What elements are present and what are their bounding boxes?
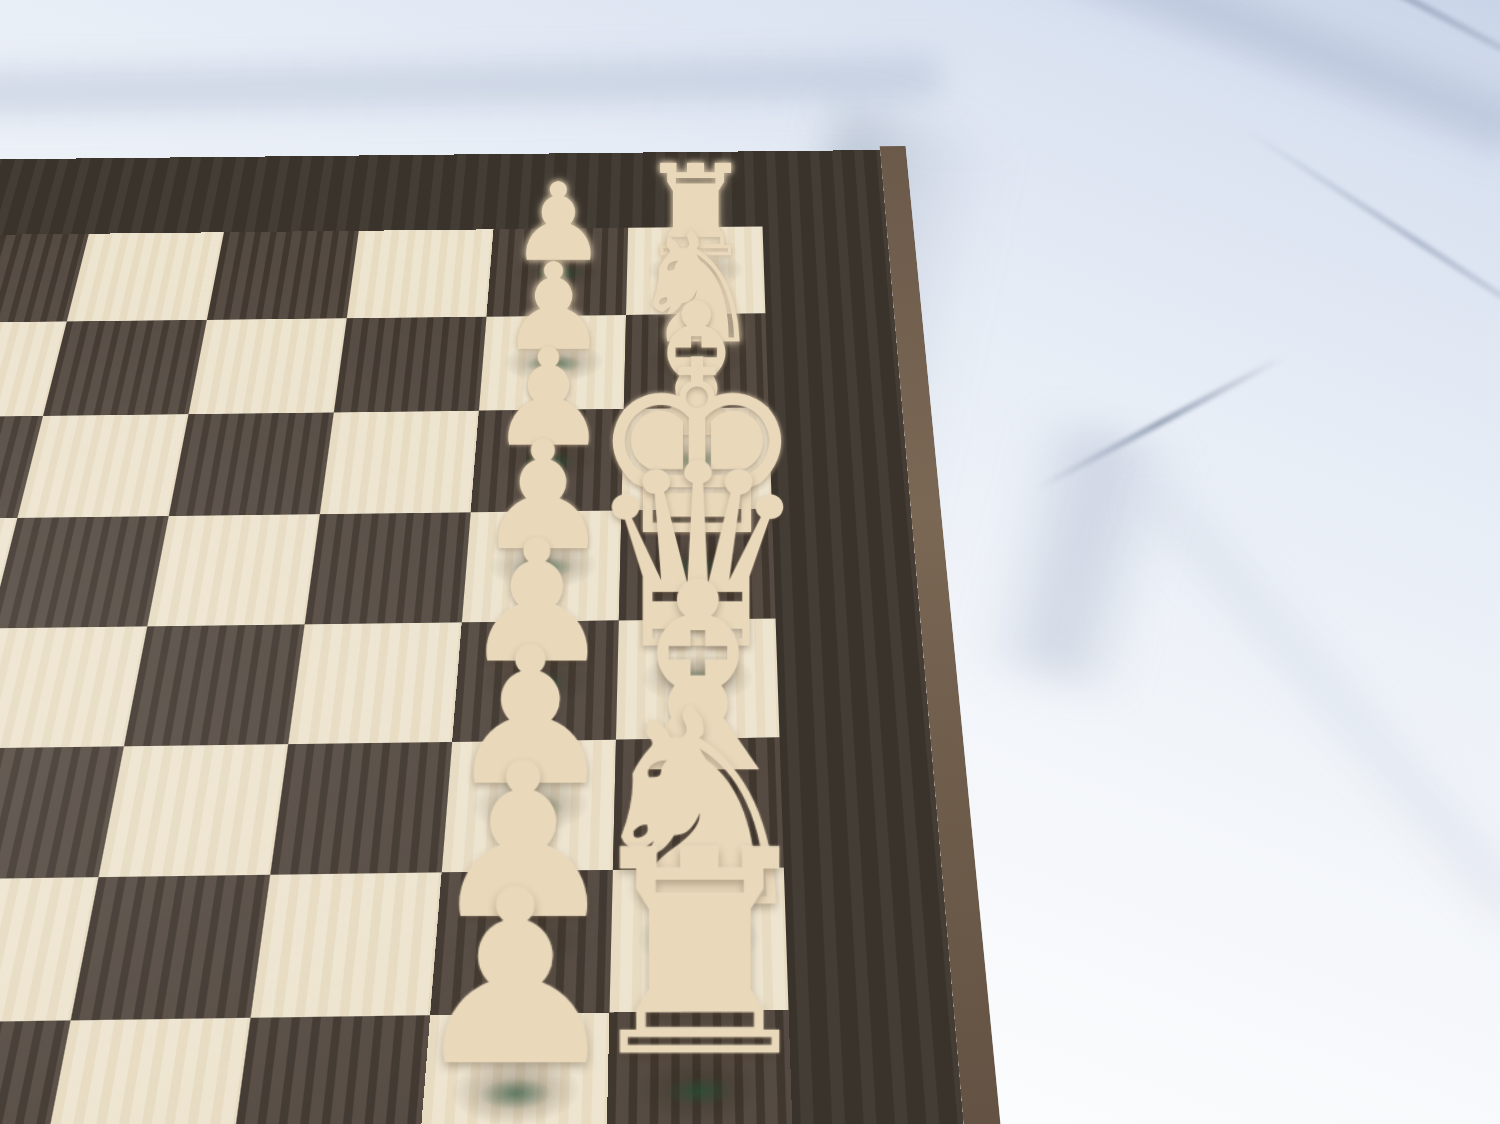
square-a2[interactable]: ♟ [418,1013,610,1124]
square-c4[interactable] [99,744,289,877]
square-g4[interactable] [189,318,347,414]
square-c5[interactable] [0,746,124,879]
pawn-glyph: ♟ [408,858,624,1099]
square-a3[interactable] [229,1015,430,1124]
square-e5[interactable] [0,516,169,628]
square-g6[interactable] [0,321,67,417]
square-f5[interactable] [17,414,188,518]
square-h4[interactable] [207,231,359,320]
square-f4[interactable] [169,412,334,516]
square-a4[interactable] [40,1018,251,1124]
square-e4[interactable] [147,514,320,626]
square-h3[interactable] [347,229,494,318]
square-g3[interactable] [334,317,487,413]
board-perspective: ♟♜♟♞♟♝♟♚♟♛♟♝♟♞♟♜ [0,0,1500,1124]
board-grid: ♟♜♟♞♟♝♟♚♟♛♟♝♟♞♟♜ [0,226,794,1124]
square-b4[interactable] [71,875,271,1021]
chess-photo-scene: ♟♜♟♞♟♝♟♚♟♛♟♝♟♞♟♜ [0,0,1500,1124]
square-d4[interactable] [124,624,305,746]
square-d5[interactable] [0,626,147,748]
chess-board: ♟♜♟♞♟♝♟♚♟♛♟♝♟♞♟♜ [0,150,981,1124]
square-h5[interactable] [67,232,224,321]
square-g5[interactable] [43,320,207,416]
square-a1[interactable]: ♜ [606,1010,794,1124]
square-f3[interactable] [320,411,479,514]
